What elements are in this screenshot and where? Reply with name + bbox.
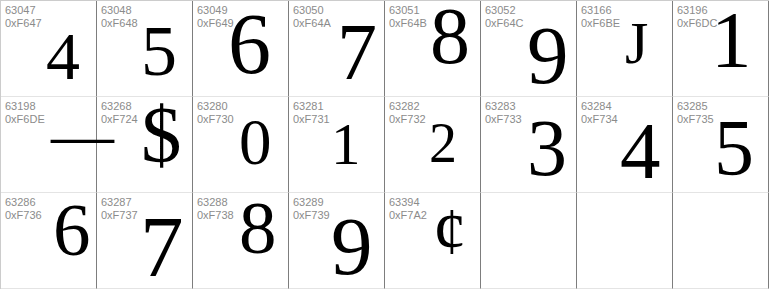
glyph-code-label: 63284 0xF734 [581, 100, 618, 126]
glyph-code-decimal: 63289 [293, 196, 330, 209]
glyph-cell-0xF6DC[interactable]: 63196 0xF6DC 1 [673, 1, 769, 97]
glyph-code-decimal: 63050 [293, 4, 331, 17]
glyph-code-hex: 0xF64A [293, 17, 331, 30]
glyph-code-decimal: 63052 [485, 4, 524, 17]
glyph-code-hex: 0xF64B [389, 17, 427, 30]
glyph-code-label: 63288 0xF738 [197, 196, 234, 222]
glyph-cell-0xF739[interactable]: 63289 0xF739 9 [289, 193, 385, 289]
glyph: J [625, 13, 648, 73]
glyph-code-hex: 0xF64C [485, 17, 524, 30]
glyph-code-hex: 0xF648 [101, 17, 138, 30]
glyph: 5 [714, 108, 754, 188]
glyph: 7 [140, 203, 184, 289]
glyph-cell-0xF737[interactable]: 63287 0xF737 7 [97, 193, 193, 289]
glyph-cell-0xF64B[interactable]: 63051 0xF64B 8 [385, 1, 481, 97]
glyph-code-decimal: 63286 [5, 196, 42, 209]
glyph-code-hex: 0xF735 [677, 113, 714, 126]
glyph-code-label: 63047 0xF647 [5, 4, 42, 30]
glyph-code-label: 63394 0xF7A2 [389, 196, 427, 222]
empty-cell [577, 193, 673, 289]
glyph: 0 [239, 110, 272, 175]
glyph-code-label: 63281 0xF731 [293, 100, 330, 126]
glyph-code-decimal: 63282 [389, 100, 426, 113]
glyph: 1 [711, 0, 752, 81]
glyph: 9 [527, 14, 569, 97]
glyph-cell-0xF733[interactable]: 63283 0xF733 3 [481, 97, 577, 193]
glyph-code-hex: 0xF734 [581, 113, 618, 126]
glyph-cell-0xF6BE[interactable]: 63166 0xF6BE J [577, 1, 673, 97]
glyph-code-decimal: 63198 [5, 100, 45, 113]
glyph-code-decimal: 63051 [389, 4, 427, 17]
glyph: 1 [331, 115, 361, 174]
glyph-code-decimal: 63284 [581, 100, 618, 113]
glyph-cell-0xF734[interactable]: 63284 0xF734 4 [577, 97, 673, 193]
glyph-cell-0xF738[interactable]: 63288 0xF738 8 [193, 193, 289, 289]
glyph-cell-0xF732[interactable]: 63282 0xF732 2 [385, 97, 481, 193]
glyph-code-hex: 0xF738 [197, 209, 234, 222]
glyph-code-decimal: 63394 [389, 196, 427, 209]
glyph: 8 [430, 0, 470, 76]
glyph-code-hex: 0xF6BE [581, 17, 620, 30]
glyph: 6 [228, 1, 271, 87]
glyph-code-hex: 0xF733 [485, 113, 522, 126]
glyph: — [51, 104, 114, 167]
glyph: 8 [239, 190, 277, 265]
glyph: 9 [331, 205, 373, 288]
glyph-cell-0xF730[interactable]: 63280 0xF730 0 [193, 97, 289, 193]
glyph-code-label: 63050 0xF64A [293, 4, 331, 30]
glyph-code-hex: 0xF737 [101, 209, 138, 222]
glyph: 4 [46, 22, 80, 90]
glyph: $ [141, 95, 182, 176]
glyph-code-label: 63282 0xF732 [389, 100, 426, 126]
glyph-code-label: 63289 0xF739 [293, 196, 330, 222]
glyph-code-label: 63286 0xF736 [5, 196, 42, 222]
glyph: 4 [620, 111, 661, 192]
glyph-code-decimal: 63047 [5, 4, 42, 17]
glyph: 2 [429, 115, 457, 171]
glyph-code-decimal: 63281 [293, 100, 330, 113]
glyph-cell-0xF7A2[interactable]: 63394 0xF7A2 ¢ [385, 193, 481, 289]
glyph-cell-0xF647[interactable]: 63047 0xF647 4 [1, 1, 97, 97]
glyph-code-label: 63283 0xF733 [485, 100, 522, 126]
glyph-cell-0xF736[interactable]: 63286 0xF736 6 [1, 193, 97, 289]
glyph-code-label: 63287 0xF737 [101, 196, 138, 222]
glyph-cell-0xF648[interactable]: 63048 0xF648 5 [97, 1, 193, 97]
glyph-cell-0xF64C[interactable]: 63052 0xF64C 9 [481, 1, 577, 97]
glyph-code-hex: 0xF647 [5, 17, 42, 30]
glyph-code-decimal: 63283 [485, 100, 522, 113]
glyph: ¢ [433, 198, 467, 265]
glyph-code-hex: 0xF731 [293, 113, 330, 126]
glyph-table: 63047 0xF647 4 63048 0xF648 5 63049 0xF6… [0, 0, 769, 289]
glyph-code-decimal: 63288 [197, 196, 234, 209]
glyph-code-hex: 0xF730 [197, 113, 234, 126]
glyph-code-label: 63280 0xF730 [197, 100, 234, 126]
glyph-cell-0xF735[interactable]: 63285 0xF735 5 [673, 97, 769, 193]
glyph-code-hex: 0xF736 [5, 209, 42, 222]
glyph-code-decimal: 63285 [677, 100, 714, 113]
glyph: 5 [141, 15, 177, 87]
glyph-code-decimal: 63166 [581, 4, 620, 17]
glyph-code-decimal: 63280 [197, 100, 234, 113]
glyph-code-label: 63052 0xF64C [485, 4, 524, 30]
glyph-code-label: 63048 0xF648 [101, 4, 138, 30]
glyph-code-label: 63051 0xF64B [389, 4, 427, 30]
glyph-code-decimal: 63048 [101, 4, 138, 17]
glyph-code-label: 63198 0xF6DE [5, 100, 45, 126]
glyph-code-hex: 0xF732 [389, 113, 426, 126]
glyph-code-label: 63285 0xF735 [677, 100, 714, 126]
empty-cell [673, 193, 769, 289]
glyph: 3 [527, 108, 567, 188]
glyph-code-label: 63166 0xF6BE [581, 4, 620, 30]
glyph-cell-0xF6DE[interactable]: 63198 0xF6DE — [1, 97, 97, 193]
glyph-code-hex: 0xF6DE [5, 113, 45, 126]
glyph-cell-0xF64A[interactable]: 63050 0xF64A 7 [289, 1, 385, 97]
glyph: 7 [337, 12, 377, 92]
glyph-cell-0xF649[interactable]: 63049 0xF649 6 [193, 1, 289, 97]
glyph: 6 [53, 192, 91, 267]
glyph-cell-0xF731[interactable]: 63281 0xF731 1 [289, 97, 385, 193]
empty-cell [481, 193, 577, 289]
glyph-code-hex: 0xF739 [293, 209, 330, 222]
glyph-code-hex: 0xF7A2 [389, 209, 427, 222]
glyph-code-decimal: 63287 [101, 196, 138, 209]
